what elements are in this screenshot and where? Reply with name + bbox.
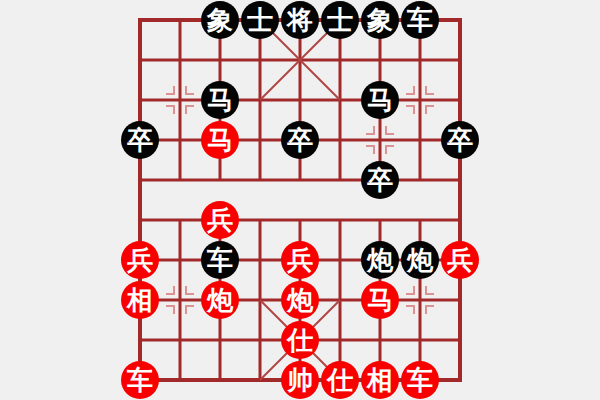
piece-red-pawn[interactable]: 兵 (201, 201, 239, 239)
piece-red-advisor[interactable]: 仕 (281, 321, 319, 359)
piece-red-general[interactable]: 帅 (281, 361, 319, 399)
piece-black-horse[interactable]: 马 (201, 81, 239, 119)
piece-red-pawn[interactable]: 兵 (281, 241, 319, 279)
piece-red-pawn[interactable]: 兵 (441, 241, 479, 279)
piece-layer[interactable]: 象士将士象车马马卒马卒卒卒兵兵车兵炮炮兵相炮炮马仕车帅仕相车 (120, 0, 480, 400)
piece-black-elephant[interactable]: 象 (361, 1, 399, 39)
piece-red-chariot[interactable]: 车 (401, 361, 439, 399)
piece-black-pawn[interactable]: 卒 (361, 161, 399, 199)
piece-red-cannon[interactable]: 炮 (201, 281, 239, 319)
point-marker (400, 80, 440, 120)
piece-red-elephant[interactable]: 相 (121, 281, 159, 319)
point-marker (360, 120, 400, 160)
piece-black-horse[interactable]: 马 (361, 81, 399, 119)
piece-black-cannon[interactable]: 炮 (361, 241, 399, 279)
piece-black-pawn[interactable]: 卒 (281, 121, 319, 159)
piece-red-elephant[interactable]: 相 (361, 361, 399, 399)
piece-black-pawn[interactable]: 卒 (121, 121, 159, 159)
piece-red-cannon[interactable]: 炮 (281, 281, 319, 319)
piece-black-advisor[interactable]: 士 (321, 1, 359, 39)
piece-black-advisor[interactable]: 士 (241, 1, 279, 39)
xiangqi-board[interactable]: 象士将士象车马马卒马卒卒卒兵兵车兵炮炮兵相炮炮马仕车帅仕相车 (0, 0, 600, 400)
point-marker (400, 280, 440, 320)
point-marker (160, 80, 200, 120)
piece-black-elephant[interactable]: 象 (201, 1, 239, 39)
piece-black-chariot[interactable]: 车 (201, 241, 239, 279)
piece-red-horse[interactable]: 马 (201, 121, 239, 159)
piece-black-chariot[interactable]: 车 (401, 1, 439, 39)
piece-red-advisor[interactable]: 仕 (321, 361, 359, 399)
piece-black-general[interactable]: 将 (281, 1, 319, 39)
piece-red-pawn[interactable]: 兵 (121, 241, 159, 279)
piece-black-pawn[interactable]: 卒 (441, 121, 479, 159)
piece-red-horse[interactable]: 马 (361, 281, 399, 319)
point-marker (160, 280, 200, 320)
piece-red-chariot[interactable]: 车 (121, 361, 159, 399)
piece-black-cannon[interactable]: 炮 (401, 241, 439, 279)
